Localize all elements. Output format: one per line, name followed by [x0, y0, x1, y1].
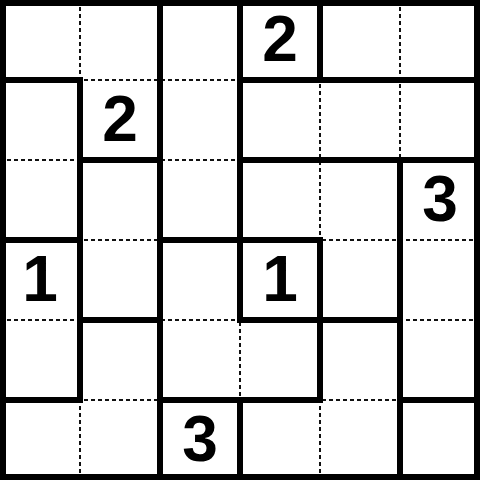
given-digit: 2	[262, 7, 298, 71]
cell-r6c6[interactable]	[400, 400, 480, 480]
region-border-v-r4c5	[397, 237, 403, 323]
region-border-v-r5c4	[317, 317, 323, 403]
region-border-v-r2c3	[237, 77, 243, 163]
cell-r5c4[interactable]	[240, 320, 320, 400]
region-border-h-r1c6	[397, 77, 480, 83]
cell-r4c3[interactable]	[160, 240, 240, 320]
region-border-v-r4c1	[77, 237, 83, 323]
region-border-v-r3c2	[157, 157, 163, 243]
cell-r2c5[interactable]	[320, 80, 400, 160]
region-border-v-r6c2	[157, 397, 163, 480]
cell-r6c4[interactable]	[240, 400, 320, 480]
region-border-h-r3c3	[157, 237, 243, 243]
cell-r1c1[interactable]	[0, 0, 80, 80]
region-border-h-r4c2	[77, 317, 163, 323]
cell-r4c2[interactable]	[80, 240, 160, 320]
cell-r4c6[interactable]	[400, 240, 480, 320]
cell-r3c6[interactable]: 3	[400, 160, 480, 240]
cell-r2c3[interactable]	[160, 80, 240, 160]
region-border-h-r5c4	[237, 397, 323, 403]
cell-r2c4[interactable]	[240, 80, 320, 160]
cell-r5c1[interactable]	[0, 320, 80, 400]
region-border-h-r2c2	[77, 157, 163, 163]
cell-r4c4[interactable]: 1	[240, 240, 320, 320]
cell-r4c5[interactable]	[320, 240, 400, 320]
outer-border-bottom	[0, 474, 480, 480]
region-border-h-r2c4	[237, 157, 323, 163]
cell-r1c4[interactable]: 2	[240, 0, 320, 80]
region-border-v-r5c1	[77, 317, 83, 403]
region-border-v-r1c2	[157, 0, 163, 83]
cell-r2c2[interactable]: 2	[80, 80, 160, 160]
cell-r6c5[interactable]	[320, 400, 400, 480]
cell-r3c4[interactable]	[240, 160, 320, 240]
given-digit: 1	[262, 247, 298, 311]
region-border-h-r3c4	[237, 237, 323, 243]
region-border-h-r1c4	[237, 77, 323, 83]
region-border-h-r3c1	[0, 237, 83, 243]
region-border-h-r5c6	[397, 397, 480, 403]
region-border-v-r3c1	[77, 157, 83, 243]
region-border-v-r6c5	[397, 397, 403, 480]
cell-r3c5[interactable]	[320, 160, 400, 240]
region-border-v-r6c3	[237, 397, 243, 480]
region-border-v-r3c3	[237, 157, 243, 243]
given-digit: 3	[182, 407, 218, 471]
cell-r6c1[interactable]	[0, 400, 80, 480]
region-border-h-r4c4	[237, 317, 323, 323]
puzzle-board: 223113	[0, 0, 480, 480]
cell-r3c2[interactable]	[80, 160, 160, 240]
cell-r1c5[interactable]	[320, 0, 400, 80]
cell-r6c3[interactable]: 3	[160, 400, 240, 480]
cell-r5c5[interactable]	[320, 320, 400, 400]
region-border-h-r4c5	[317, 317, 403, 323]
cell-r6c2[interactable]	[80, 400, 160, 480]
outer-border-left	[0, 0, 6, 480]
cell-r3c3[interactable]	[160, 160, 240, 240]
given-digit: 3	[422, 167, 458, 231]
region-border-v-r4c4	[317, 237, 323, 323]
region-border-v-r4c2	[157, 237, 163, 323]
given-digit: 1	[22, 247, 58, 311]
cell-r2c6[interactable]	[400, 80, 480, 160]
cell-r5c6[interactable]	[400, 320, 480, 400]
region-border-v-r5c5	[397, 317, 403, 403]
region-border-h-r2c5	[317, 157, 403, 163]
cell-r5c2[interactable]	[80, 320, 160, 400]
region-border-v-r1c4	[317, 0, 323, 83]
cell-r1c6[interactable]	[400, 0, 480, 80]
outer-border-top	[0, 0, 480, 6]
cell-r2c1[interactable]	[0, 80, 80, 160]
cell-r1c3[interactable]	[160, 0, 240, 80]
cell-r3c1[interactable]	[0, 160, 80, 240]
region-border-h-r1c5	[317, 77, 403, 83]
region-border-h-r5c1	[0, 397, 83, 403]
region-border-h-r1c1	[0, 77, 83, 83]
region-border-h-r2c6	[397, 157, 480, 163]
cell-r4c1[interactable]: 1	[0, 240, 80, 320]
region-border-v-r1c3	[237, 0, 243, 83]
region-border-v-r2c1	[77, 77, 83, 163]
region-border-v-r2c2	[157, 77, 163, 163]
cell-r1c2[interactable]	[80, 0, 160, 80]
region-border-v-r4c3	[237, 237, 243, 323]
cell-r5c3[interactable]	[160, 320, 240, 400]
given-digit: 2	[102, 87, 138, 151]
region-border-v-r5c2	[157, 317, 163, 403]
outer-border-right	[474, 0, 480, 480]
region-border-v-r3c5	[397, 157, 403, 243]
region-border-h-r5c3	[157, 397, 243, 403]
